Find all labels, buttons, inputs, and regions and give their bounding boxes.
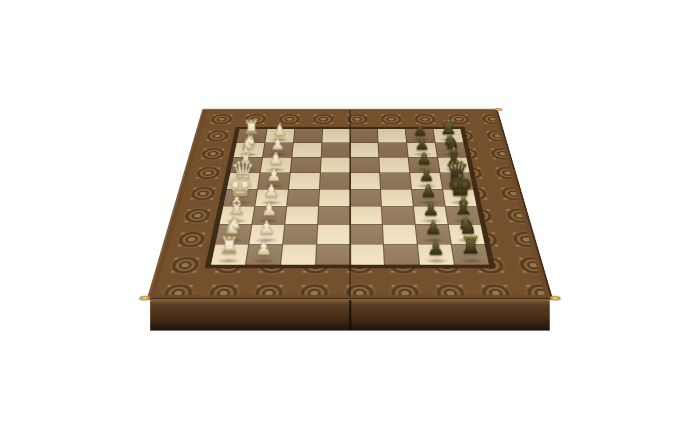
square[interactable] bbox=[351, 207, 383, 225]
square[interactable] bbox=[351, 245, 385, 265]
square[interactable] bbox=[318, 207, 350, 225]
square[interactable] bbox=[320, 157, 349, 172]
piece: ♟ bbox=[246, 245, 282, 265]
fold-seam bbox=[349, 110, 351, 298]
square[interactable] bbox=[322, 129, 350, 142]
brass-clasp-icon bbox=[549, 296, 561, 301]
white-pawn[interactable]: ♟ bbox=[238, 239, 289, 258]
square[interactable]: ♟ bbox=[246, 245, 282, 265]
square[interactable] bbox=[350, 157, 379, 172]
square[interactable]: ♜ bbox=[452, 245, 489, 265]
black-rook[interactable]: ♜ bbox=[445, 234, 496, 257]
chess-board: ♜♟♟♜♞♟♟♞♝♟♟♝♛♟♟♛♚♟♟♚♝♟♟♝♞♟♟♞♜♟♟♜ bbox=[147, 109, 554, 300]
box-front-side bbox=[150, 300, 550, 331]
square[interactable] bbox=[316, 245, 350, 265]
square[interactable] bbox=[350, 129, 378, 142]
square[interactable] bbox=[319, 189, 350, 206]
piece: ♜ bbox=[452, 245, 489, 265]
brass-clasp-icon bbox=[494, 108, 503, 110]
product-photo-scene: ♜♟♟♜♞♟♟♞♝♟♟♝♛♟♟♛♚♟♟♚♝♟♟♝♞♟♟♞♜♟♟♜ bbox=[0, 0, 680, 425]
square[interactable] bbox=[351, 189, 382, 206]
